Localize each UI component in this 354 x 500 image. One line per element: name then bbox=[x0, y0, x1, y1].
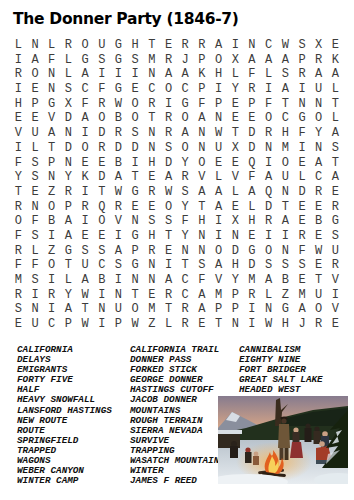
grid-cell-r15c4: G bbox=[60, 244, 77, 259]
grid-cell-r18c2: I bbox=[27, 288, 44, 303]
grid-cell-r20c15: I bbox=[244, 317, 261, 332]
grid-cell-r13c19: B bbox=[310, 214, 327, 229]
grid-cell-r19c11: R bbox=[177, 302, 194, 317]
grid-cell-r2c15: A bbox=[244, 53, 261, 68]
grid-cell-r6c6: O bbox=[93, 111, 110, 126]
grid-cell-r15c11: N bbox=[177, 244, 194, 259]
grid-cell-r2c9: M bbox=[144, 53, 161, 68]
word-search-grid: LNLROUGHTERRAINCWSXEIAFLGSGSMRJPOXAAAPRK… bbox=[10, 38, 344, 332]
grid-cell-r2c10: R bbox=[160, 53, 177, 68]
grid-cell-r7c14: T bbox=[227, 126, 244, 141]
grid-cell-r3c8: I bbox=[127, 67, 144, 82]
grid-cell-r18c9: E bbox=[144, 288, 161, 303]
grid-cell-r13c13: I bbox=[210, 214, 227, 229]
grid-cell-r15c1: R bbox=[10, 244, 27, 259]
grid-cell-r9c10: D bbox=[160, 156, 177, 171]
grid-cell-r16c19: E bbox=[310, 258, 327, 273]
grid-cell-r2c14: X bbox=[227, 53, 244, 68]
grid-cell-r8c19: N bbox=[310, 141, 327, 156]
grid-cell-r1c2: N bbox=[27, 38, 44, 53]
grid-cell-r12c16: D bbox=[260, 200, 277, 215]
grid-cell-r9c15: Q bbox=[244, 156, 261, 171]
grid-cell-r19c2: N bbox=[27, 302, 44, 317]
grid-cell-r15c16: O bbox=[260, 244, 277, 259]
grid-cell-r17c5: A bbox=[77, 273, 94, 288]
grid-cell-r1c18: S bbox=[294, 38, 311, 53]
grid-cell-r7c18: F bbox=[294, 126, 311, 141]
grid-cell-r4c17: A bbox=[277, 82, 294, 97]
grid-cell-r19c12: A bbox=[194, 302, 211, 317]
grid-cell-r9c19: A bbox=[310, 156, 327, 171]
grid-cell-r11c7: W bbox=[110, 185, 127, 200]
grid-cell-r15c8: P bbox=[127, 244, 144, 259]
grid-cell-r12c13: A bbox=[210, 200, 227, 215]
grid-cell-r7c9: N bbox=[144, 126, 161, 141]
grid-cell-r14c9: H bbox=[144, 229, 161, 244]
grid-cell-r7c4: N bbox=[60, 126, 77, 141]
grid-cell-r7c5: I bbox=[77, 126, 94, 141]
grid-cell-r13c17: A bbox=[277, 214, 294, 229]
grid-cell-r1c5: O bbox=[77, 38, 94, 53]
grid-cell-r10c1: Y bbox=[10, 170, 27, 185]
grid-cell-r5c20: T bbox=[327, 97, 344, 112]
grid-cell-r11c3: Z bbox=[43, 185, 60, 200]
grid-cell-r3c15: F bbox=[244, 67, 261, 82]
grid-cell-r6c5: A bbox=[77, 111, 94, 126]
grid-cell-r7c1: V bbox=[10, 126, 27, 141]
grid-cell-r8c12: N bbox=[194, 141, 211, 156]
grid-cell-r11c9: R bbox=[144, 185, 161, 200]
grid-cell-r8c10: S bbox=[160, 141, 177, 156]
grid-cell-r20c4: P bbox=[60, 317, 77, 332]
grid-cell-r18c8: T bbox=[127, 288, 144, 303]
grid-cell-r9c9: H bbox=[144, 156, 161, 171]
grid-cell-r9c12: O bbox=[194, 156, 211, 171]
grid-cell-r11c8: G bbox=[127, 185, 144, 200]
grid-cell-r1c8: H bbox=[127, 38, 144, 53]
word-item: JAMES F REED bbox=[130, 476, 225, 486]
grid-cell-r1c13: A bbox=[210, 38, 227, 53]
grid-cell-r1c11: R bbox=[177, 38, 194, 53]
grid-cell-r8c8: D bbox=[127, 141, 144, 156]
grid-cell-r13c10: S bbox=[160, 214, 177, 229]
grid-cell-r3c3: N bbox=[43, 67, 60, 82]
grid-cell-r19c17: G bbox=[277, 302, 294, 317]
grid-cell-r12c2: N bbox=[27, 200, 44, 215]
grid-cell-r20c19: R bbox=[310, 317, 327, 332]
grid-cell-r15c13: O bbox=[210, 244, 227, 259]
grid-cell-r10c16: A bbox=[260, 170, 277, 185]
grid-cell-r8c7: D bbox=[110, 141, 127, 156]
grid-cell-r9c1: F bbox=[10, 156, 27, 171]
grid-cell-r11c13: A bbox=[210, 185, 227, 200]
grid-cell-r19c9: M bbox=[144, 302, 161, 317]
grid-cell-r12c14: E bbox=[227, 200, 244, 215]
grid-cell-r4c2: E bbox=[27, 82, 44, 97]
grid-cell-r20c2: U bbox=[27, 317, 44, 332]
grid-cell-r4c8: E bbox=[127, 82, 144, 97]
grid-cell-r6c2: E bbox=[27, 111, 44, 126]
word-list-col1: CALIFORNIADELAYSEMIGRANTSFORTY FIVEHALFH… bbox=[17, 345, 112, 486]
grid-cell-r18c20: I bbox=[327, 288, 344, 303]
grid-cell-r5c14: E bbox=[227, 97, 244, 112]
grid-cell-r17c6: B bbox=[93, 273, 110, 288]
grid-cell-r2c13: O bbox=[210, 53, 227, 68]
grid-cell-r9c20: T bbox=[327, 156, 344, 171]
grid-cell-r3c2: O bbox=[27, 67, 44, 82]
grid-cell-r9c5: E bbox=[77, 156, 94, 171]
grid-cell-r2c19: R bbox=[310, 53, 327, 68]
grid-cell-r14c12: N bbox=[194, 229, 211, 244]
grid-cell-r15c19: W bbox=[310, 244, 327, 259]
grid-cell-r20c5: W bbox=[77, 317, 94, 332]
painting-cabin bbox=[218, 432, 240, 448]
grid-cell-r1c19: X bbox=[310, 38, 327, 53]
grid-cell-r10c17: U bbox=[277, 170, 294, 185]
grid-cell-r4c20: L bbox=[327, 82, 344, 97]
grid-cell-r17c15: M bbox=[244, 273, 261, 288]
grid-cell-r3c14: L bbox=[227, 67, 244, 82]
grid-cell-r14c15: E bbox=[244, 229, 261, 244]
grid-cell-r16c7: S bbox=[110, 258, 127, 273]
grid-cell-r12c9: E bbox=[144, 200, 161, 215]
grid-cell-r4c3: N bbox=[43, 82, 60, 97]
grid-cell-r7c2: U bbox=[27, 126, 44, 141]
grid-cell-r4c15: R bbox=[244, 82, 261, 97]
grid-cell-r2c6: S bbox=[93, 53, 110, 68]
grid-cell-r18c10: R bbox=[160, 288, 177, 303]
grid-cell-r5c8: O bbox=[127, 97, 144, 112]
grid-cell-r14c3: I bbox=[43, 229, 60, 244]
grid-cell-r13c12: H bbox=[194, 214, 211, 229]
grid-cell-r16c20: R bbox=[327, 258, 344, 273]
grid-cell-r20c8: W bbox=[127, 317, 144, 332]
grid-cell-r18c18: M bbox=[294, 288, 311, 303]
grid-cell-r8c13: U bbox=[210, 141, 227, 156]
grid-cell-r9c18: E bbox=[294, 156, 311, 171]
grid-cell-r14c18: R bbox=[294, 229, 311, 244]
grid-cell-r6c9: T bbox=[144, 111, 161, 126]
grid-cell-r5c2: P bbox=[27, 97, 44, 112]
grid-cell-r15c7: A bbox=[110, 244, 127, 259]
grid-cell-r4c9: C bbox=[144, 82, 161, 97]
grid-cell-r4c18: I bbox=[294, 82, 311, 97]
grid-cell-r13c15: H bbox=[244, 214, 261, 229]
grid-cell-r19c15: I bbox=[244, 302, 261, 317]
grid-cell-r9c14: E bbox=[227, 156, 244, 171]
grid-cell-r6c17: C bbox=[277, 111, 294, 126]
grid-cell-r17c7: I bbox=[110, 273, 127, 288]
grid-cell-r3c20: A bbox=[327, 67, 344, 82]
grid-cell-r5c15: P bbox=[244, 97, 261, 112]
grid-cell-r11c14: L bbox=[227, 185, 244, 200]
grid-cell-r7c16: R bbox=[260, 126, 277, 141]
grid-cell-r18c17: Z bbox=[277, 288, 294, 303]
grid-cell-r18c13: M bbox=[210, 288, 227, 303]
grid-cell-r6c15: E bbox=[244, 111, 261, 126]
grid-cell-r16c5: U bbox=[77, 258, 94, 273]
grid-cell-r9c4: N bbox=[60, 156, 77, 171]
grid-cell-r11c4: R bbox=[60, 185, 77, 200]
grid-cell-r10c6: D bbox=[93, 170, 110, 185]
grid-cell-r19c20: V bbox=[327, 302, 344, 317]
grid-cell-r13c16: R bbox=[260, 214, 277, 229]
grid-cell-r7c17: H bbox=[277, 126, 294, 141]
grid-cell-r2c18: P bbox=[294, 53, 311, 68]
grid-cell-r1c7: G bbox=[110, 38, 127, 53]
grid-cell-r11c2: E bbox=[27, 185, 44, 200]
grid-cell-r17c18: E bbox=[294, 273, 311, 288]
grid-cell-r19c5: T bbox=[77, 302, 94, 317]
grid-cell-r8c9: N bbox=[144, 141, 161, 156]
grid-cell-r8c1: I bbox=[10, 141, 27, 156]
grid-cell-r18c12: A bbox=[194, 288, 211, 303]
grid-cell-r2c20: K bbox=[327, 53, 344, 68]
grid-cell-r9c11: Y bbox=[177, 156, 194, 171]
grid-cell-r16c3: O bbox=[43, 258, 60, 273]
grid-cell-r15c3: Z bbox=[43, 244, 60, 259]
grid-cell-r5c11: G bbox=[177, 97, 194, 112]
grid-cell-r9c16: I bbox=[260, 156, 277, 171]
grid-cell-r3c7: I bbox=[110, 67, 127, 82]
grid-cell-r2c16: A bbox=[260, 53, 277, 68]
grid-cell-r19c18: A bbox=[294, 302, 311, 317]
grid-cell-r8c15: D bbox=[244, 141, 261, 156]
grid-cell-r20c13: T bbox=[210, 317, 227, 332]
grid-cell-r19c4: A bbox=[60, 302, 77, 317]
grid-cell-r10c7: A bbox=[110, 170, 127, 185]
grid-cell-r13c9: S bbox=[144, 214, 161, 229]
grid-cell-r3c12: K bbox=[194, 67, 211, 82]
grid-cell-r13c8: N bbox=[127, 214, 144, 229]
grid-cell-r19c10: T bbox=[160, 302, 177, 317]
grid-cell-r1c6: U bbox=[93, 38, 110, 53]
grid-cell-r18c19: U bbox=[310, 288, 327, 303]
grid-cell-r5c13: P bbox=[210, 97, 227, 112]
grid-cell-r7c10: R bbox=[160, 126, 177, 141]
grid-cell-r20c6: I bbox=[93, 317, 110, 332]
grid-cell-r16c4: T bbox=[60, 258, 77, 273]
grid-cell-r18c4: Y bbox=[60, 288, 77, 303]
grid-cell-r17c13: V bbox=[210, 273, 227, 288]
grid-cell-r11c6: T bbox=[93, 185, 110, 200]
grid-cell-r17c8: N bbox=[127, 273, 144, 288]
grid-cell-r5c16: F bbox=[260, 97, 277, 112]
grid-cell-r19c13: P bbox=[210, 302, 227, 317]
grid-cell-r4c19: U bbox=[310, 82, 327, 97]
grid-cell-r19c6: N bbox=[93, 302, 110, 317]
grid-cell-r13c1: O bbox=[10, 214, 27, 229]
grid-cell-r18c7: N bbox=[110, 288, 127, 303]
grid-cell-r12c1: R bbox=[10, 200, 27, 215]
grid-cell-r5c6: R bbox=[93, 97, 110, 112]
grid-cell-r6c16: O bbox=[260, 111, 277, 126]
grid-cell-r6c8: O bbox=[127, 111, 144, 126]
grid-cell-r18c5: W bbox=[77, 288, 94, 303]
grid-cell-r14c1: F bbox=[10, 229, 27, 244]
grid-cell-r4c5: C bbox=[77, 82, 94, 97]
grid-cell-r1c9: T bbox=[144, 38, 161, 53]
grid-cell-r17c4: L bbox=[60, 273, 77, 288]
grid-cell-r19c19: O bbox=[310, 302, 327, 317]
grid-cell-r2c8: S bbox=[127, 53, 144, 68]
grid-cell-r11c20: E bbox=[327, 185, 344, 200]
grid-cell-r10c14: V bbox=[227, 170, 244, 185]
grid-cell-r1c16: C bbox=[260, 38, 277, 53]
grid-cell-r5c9: R bbox=[144, 97, 161, 112]
grid-cell-r4c1: I bbox=[10, 82, 27, 97]
grid-cell-r5c5: F bbox=[77, 97, 94, 112]
grid-cell-r20c3: C bbox=[43, 317, 60, 332]
grid-cell-r2c12: P bbox=[194, 53, 211, 68]
grid-cell-r9c2: S bbox=[27, 156, 44, 171]
grid-cell-r2c11: J bbox=[177, 53, 194, 68]
grid-cell-r12c10: O bbox=[160, 200, 177, 215]
grid-cell-r16c9: N bbox=[144, 258, 161, 273]
grid-cell-r11c11: S bbox=[177, 185, 194, 200]
grid-cell-r14c14: N bbox=[227, 229, 244, 244]
grid-cell-r13c14: X bbox=[227, 214, 244, 229]
grid-cell-r15c20: U bbox=[327, 244, 344, 259]
grid-cell-r16c17: S bbox=[277, 258, 294, 273]
grid-cell-r13c5: I bbox=[77, 214, 94, 229]
grid-cell-r1c12: R bbox=[194, 38, 211, 53]
grid-cell-r10c5: K bbox=[77, 170, 94, 185]
grid-cell-r20c20: E bbox=[327, 317, 344, 332]
grid-cell-r17c19: T bbox=[310, 273, 327, 288]
grid-cell-r14c17: I bbox=[277, 229, 294, 244]
grid-cell-r5c1: H bbox=[10, 97, 27, 112]
grid-cell-r20c7: P bbox=[110, 317, 127, 332]
grid-cell-r3c6: I bbox=[93, 67, 110, 82]
grid-cell-r10c10: A bbox=[160, 170, 177, 185]
grid-cell-r19c3: I bbox=[43, 302, 60, 317]
grid-cell-r5c3: G bbox=[43, 97, 60, 112]
grid-cell-r15c18: F bbox=[294, 244, 311, 259]
grid-cell-r13c4: A bbox=[60, 214, 77, 229]
grid-cell-r6c12: A bbox=[194, 111, 211, 126]
grid-cell-r1c20: E bbox=[327, 38, 344, 53]
grid-cell-r12c7: R bbox=[110, 200, 127, 215]
grid-cell-r11c16: Q bbox=[260, 185, 277, 200]
grid-cell-r14c16: I bbox=[260, 229, 277, 244]
grid-cell-r14c13: I bbox=[210, 229, 227, 244]
grid-cell-r3c1: R bbox=[10, 67, 27, 82]
grid-cell-r2c3: F bbox=[43, 53, 60, 68]
grid-cell-r13c2: F bbox=[27, 214, 44, 229]
grid-cell-r16c10: I bbox=[160, 258, 177, 273]
grid-cell-r7c15: D bbox=[244, 126, 261, 141]
grid-cell-r5c10: I bbox=[160, 97, 177, 112]
grid-cell-r6c19: O bbox=[310, 111, 327, 126]
grid-cell-r12c6: Q bbox=[93, 200, 110, 215]
page-title: The Donner Party (1846-7) bbox=[13, 10, 239, 28]
grid-cell-r14c20: S bbox=[327, 229, 344, 244]
grid-cell-r16c2: F bbox=[27, 258, 44, 273]
grid-cell-r18c14: P bbox=[227, 288, 244, 303]
grid-cell-r16c6: C bbox=[93, 258, 110, 273]
grid-cell-r1c17: W bbox=[277, 38, 294, 53]
grid-cell-r7c3: A bbox=[43, 126, 60, 141]
grid-cell-r8c18: I bbox=[294, 141, 311, 156]
word-item: WINTER CAMP bbox=[17, 476, 112, 486]
grid-cell-r3c9: N bbox=[144, 67, 161, 82]
grid-cell-r11c5: I bbox=[77, 185, 94, 200]
grid-cell-r15c14: D bbox=[227, 244, 244, 259]
grid-cell-r16c15: D bbox=[244, 258, 261, 273]
grid-cell-r10c18: L bbox=[294, 170, 311, 185]
grid-cell-r6c14: E bbox=[227, 111, 244, 126]
grid-cell-r17c10: A bbox=[160, 273, 177, 288]
grid-cell-r14c11: Y bbox=[177, 229, 194, 244]
grid-cell-r10c19: C bbox=[310, 170, 327, 185]
grid-cell-r6c13: N bbox=[210, 111, 227, 126]
grid-cell-r12c8: E bbox=[127, 200, 144, 215]
grid-cell-r8c6: R bbox=[93, 141, 110, 156]
word-item: HEADED WEST bbox=[239, 385, 323, 395]
grid-cell-r10c12: V bbox=[194, 170, 211, 185]
grid-cell-r6c4: D bbox=[60, 111, 77, 126]
grid-cell-r20c12: E bbox=[194, 317, 211, 332]
grid-cell-r20c14: N bbox=[227, 317, 244, 332]
grid-cell-r4c11: C bbox=[177, 82, 194, 97]
grid-cell-r1c1: L bbox=[10, 38, 27, 53]
grid-cell-r20c1: E bbox=[10, 317, 27, 332]
grid-cell-r10c20: A bbox=[327, 170, 344, 185]
grid-cell-r11c1: T bbox=[10, 185, 27, 200]
grid-cell-r14c10: T bbox=[160, 229, 177, 244]
grid-cell-r9c6: E bbox=[93, 156, 110, 171]
donner-party-campfire-painting bbox=[218, 396, 348, 484]
grid-cell-r4c14: Y bbox=[227, 82, 244, 97]
grid-cell-r13c7: V bbox=[110, 214, 127, 229]
grid-cell-r14c4: A bbox=[60, 229, 77, 244]
grid-cell-r15c2: L bbox=[27, 244, 44, 259]
grid-cell-r9c8: I bbox=[127, 156, 144, 171]
grid-cell-r4c12: P bbox=[194, 82, 211, 97]
grid-cell-r11c19: R bbox=[310, 185, 327, 200]
grid-cell-r2c17: A bbox=[277, 53, 294, 68]
grid-cell-r13c18: E bbox=[294, 214, 311, 229]
grid-cell-r11c15: A bbox=[244, 185, 261, 200]
grid-cell-r12c4: P bbox=[60, 200, 77, 215]
grid-cell-r4c4: S bbox=[60, 82, 77, 97]
grid-cell-r20c17: H bbox=[277, 317, 294, 332]
grid-cell-r14c5: E bbox=[77, 229, 94, 244]
grid-cell-r12c15: L bbox=[244, 200, 261, 215]
grid-cell-r14c7: I bbox=[110, 229, 127, 244]
word-list-col3: CANNIBALISMEIGHTY NINEFORT BRIDGERGREAT … bbox=[239, 345, 323, 395]
grid-cell-r17c17: B bbox=[277, 273, 294, 288]
grid-cell-r16c8: G bbox=[127, 258, 144, 273]
grid-cell-r5c12: F bbox=[194, 97, 211, 112]
grid-cell-r7c13: W bbox=[210, 126, 227, 141]
grid-cell-r3c19: A bbox=[310, 67, 327, 82]
grid-cell-r1c10: E bbox=[160, 38, 177, 53]
grid-cell-r17c11: C bbox=[177, 273, 194, 288]
grid-cell-r19c16: N bbox=[260, 302, 277, 317]
grid-cell-r6c20: L bbox=[327, 111, 344, 126]
grid-cell-r8c5: O bbox=[77, 141, 94, 156]
grid-cell-r16c13: A bbox=[210, 258, 227, 273]
grid-cell-r2c4: L bbox=[60, 53, 77, 68]
grid-cell-r20c10: L bbox=[160, 317, 177, 332]
grid-cell-r6c7: B bbox=[110, 111, 127, 126]
grid-cell-r13c11: F bbox=[177, 214, 194, 229]
grid-cell-r4c10: O bbox=[160, 82, 177, 97]
grid-cell-r10c11: R bbox=[177, 170, 194, 185]
painting-cabin-roofline bbox=[218, 430, 242, 434]
